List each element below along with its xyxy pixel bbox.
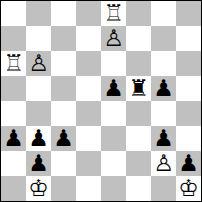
square-h7 xyxy=(176,26,201,51)
square-c8 xyxy=(51,1,76,26)
square-f4 xyxy=(126,101,151,126)
black-pawn: ♟ xyxy=(178,151,199,176)
square-a2 xyxy=(1,151,26,176)
black-pawn: ♟ xyxy=(28,126,49,151)
square-c6 xyxy=(51,51,76,76)
black-pawn: ♟ xyxy=(153,76,174,101)
square-d8 xyxy=(76,1,101,26)
square-c1 xyxy=(51,176,76,201)
square-h2: ♟ xyxy=(176,151,201,176)
square-e5: ♟ xyxy=(101,76,126,101)
square-a7 xyxy=(1,26,26,51)
square-b5 xyxy=(26,76,51,101)
square-d3 xyxy=(76,126,101,151)
white-rook: ♖ xyxy=(3,51,24,76)
square-h8 xyxy=(176,1,201,26)
square-c2 xyxy=(51,151,76,176)
square-h1: ♔ xyxy=(176,176,201,201)
square-c3: ♟ xyxy=(51,126,76,151)
square-c4 xyxy=(51,101,76,126)
black-pawn: ♟ xyxy=(28,151,49,176)
square-d4 xyxy=(76,101,101,126)
square-g5: ♟ xyxy=(151,76,176,101)
square-e3 xyxy=(101,126,126,151)
square-b8 xyxy=(26,1,51,26)
square-g2: ♙ xyxy=(151,151,176,176)
white-king: ♔ xyxy=(178,176,199,201)
square-f7 xyxy=(126,26,151,51)
square-e1 xyxy=(101,176,126,201)
square-a1 xyxy=(1,176,26,201)
square-d5 xyxy=(76,76,101,101)
square-b1: ♔ xyxy=(26,176,51,201)
square-b6: ♙ xyxy=(26,51,51,76)
square-d2 xyxy=(76,151,101,176)
square-f5: ♜ xyxy=(126,76,151,101)
white-pawn: ♙ xyxy=(103,26,124,51)
square-h6 xyxy=(176,51,201,76)
black-pawn: ♟ xyxy=(153,126,174,151)
square-d6 xyxy=(76,51,101,76)
square-d1 xyxy=(76,176,101,201)
square-a6: ♖ xyxy=(1,51,26,76)
white-pawn: ♙ xyxy=(153,151,174,176)
square-f1 xyxy=(126,176,151,201)
square-g7 xyxy=(151,26,176,51)
square-e2 xyxy=(101,151,126,176)
square-c5 xyxy=(51,76,76,101)
square-b3: ♟ xyxy=(26,126,51,151)
square-f6 xyxy=(126,51,151,76)
square-b7 xyxy=(26,26,51,51)
black-pawn: ♟ xyxy=(53,126,74,151)
chess-board: ♖♙♖♙♟♜♟♟♟♟♟♟♙♟♔♔ xyxy=(0,0,202,202)
square-e6 xyxy=(101,51,126,76)
square-f8 xyxy=(126,1,151,26)
square-a5 xyxy=(1,76,26,101)
square-h3 xyxy=(176,126,201,151)
square-e4 xyxy=(101,101,126,126)
square-g6 xyxy=(151,51,176,76)
square-a3: ♟ xyxy=(1,126,26,151)
square-e7: ♙ xyxy=(101,26,126,51)
square-d7 xyxy=(76,26,101,51)
square-h5 xyxy=(176,76,201,101)
square-c7 xyxy=(51,26,76,51)
black-rook: ♜ xyxy=(128,76,149,101)
square-f3 xyxy=(126,126,151,151)
square-b2: ♟ xyxy=(26,151,51,176)
square-b4 xyxy=(26,101,51,126)
black-pawn: ♟ xyxy=(103,76,124,101)
square-g8 xyxy=(151,1,176,26)
square-g1 xyxy=(151,176,176,201)
square-f2 xyxy=(126,151,151,176)
square-e8: ♖ xyxy=(101,1,126,26)
square-a4 xyxy=(1,101,26,126)
square-h4 xyxy=(176,101,201,126)
white-pawn: ♙ xyxy=(28,51,49,76)
black-pawn: ♟ xyxy=(3,126,24,151)
white-rook: ♖ xyxy=(103,1,124,26)
square-a8 xyxy=(1,1,26,26)
white-king: ♔ xyxy=(28,176,49,201)
square-g4 xyxy=(151,101,176,126)
square-g3: ♟ xyxy=(151,126,176,151)
